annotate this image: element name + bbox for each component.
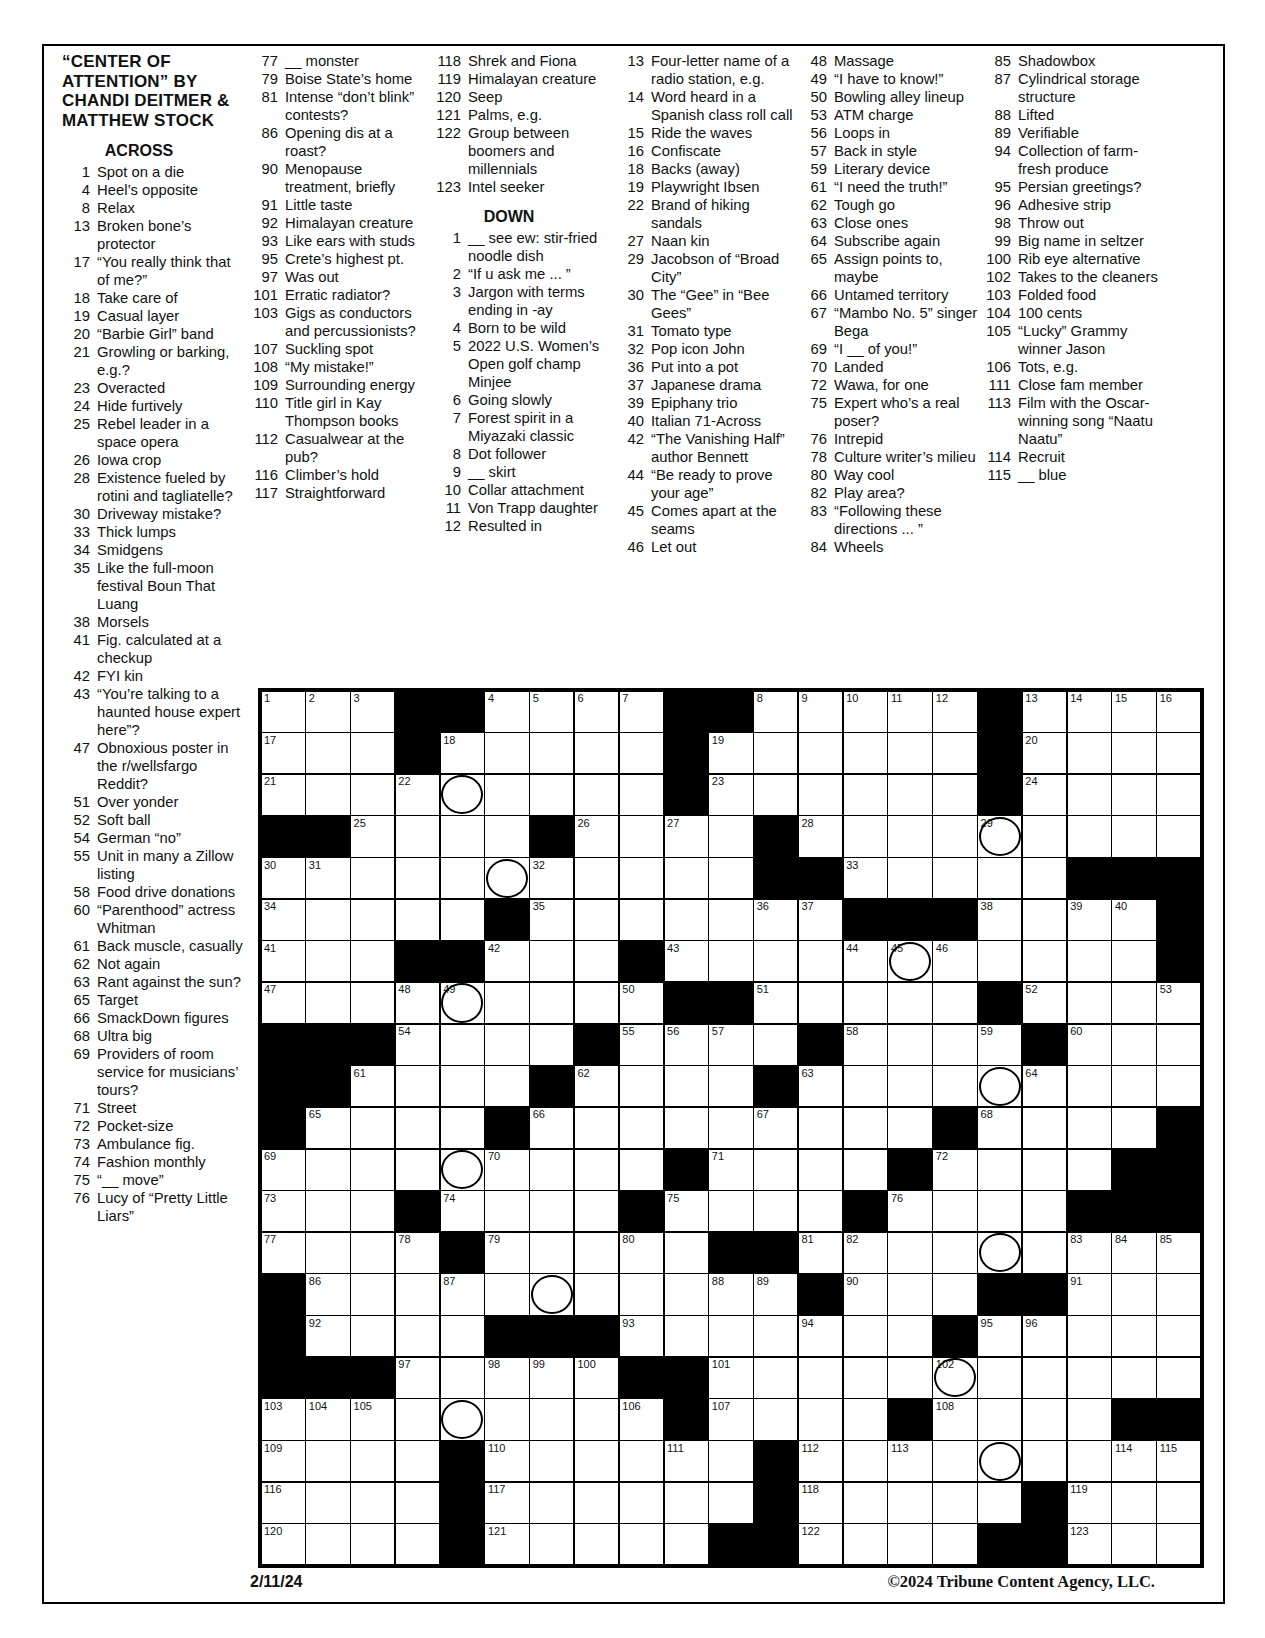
grid-cell-r9c15[interactable] — [888, 1025, 931, 1065]
grid-cell-r17c8[interactable]: 100 — [575, 1358, 618, 1398]
grid-cell-r2c11[interactable]: 19 — [709, 733, 752, 773]
grid-cell-r4c15[interactable] — [888, 816, 931, 856]
grid-cell-r11c9[interactable] — [620, 1108, 663, 1148]
grid-cell-r7c10[interactable]: 43 — [665, 941, 708, 981]
grid-cell-r17c15[interactable] — [888, 1358, 931, 1398]
grid-cell-r13c5[interactable]: 74 — [441, 1191, 484, 1231]
grid-cell-r9c11[interactable]: 57 — [709, 1025, 752, 1065]
grid-cell-r13c6[interactable] — [485, 1191, 528, 1231]
grid-cell-r12c11[interactable]: 71 — [709, 1150, 752, 1190]
grid-cell-r9c19[interactable]: 60 — [1068, 1025, 1111, 1065]
grid-cell-r15c20[interactable] — [1112, 1274, 1155, 1314]
grid-cell-r16c9[interactable]: 93 — [620, 1316, 663, 1356]
grid-cell-r7c13[interactable] — [799, 941, 842, 981]
grid-cell-r18c18[interactable] — [1023, 1399, 1066, 1439]
grid-cell-r20c13[interactable]: 118 — [799, 1483, 842, 1523]
grid-cell-r3c12[interactable] — [754, 775, 797, 815]
grid-cell-r4c10[interactable]: 27 — [665, 816, 708, 856]
grid-cell-r5c18[interactable] — [1023, 858, 1066, 898]
grid-cell-r18c17[interactable] — [978, 1399, 1021, 1439]
grid-cell-r16c12[interactable] — [754, 1316, 797, 1356]
grid-cell-r19c2[interactable] — [306, 1441, 349, 1481]
grid-cell-r8c4[interactable]: 48 — [396, 983, 439, 1023]
grid-cell-r13c10[interactable]: 75 — [665, 1191, 708, 1231]
grid-cell-r8c1[interactable]: 47 — [262, 983, 305, 1023]
grid-cell-r9c9[interactable]: 55 — [620, 1025, 663, 1065]
grid-cell-r2c6[interactable] — [485, 733, 528, 773]
grid-cell-r14c4[interactable]: 78 — [396, 1233, 439, 1273]
grid-cell-r15c5[interactable]: 87 — [441, 1274, 484, 1314]
grid-cell-r21c13[interactable]: 122 — [799, 1524, 842, 1564]
grid-cell-r17c13[interactable] — [799, 1358, 842, 1398]
grid-cell-r2c3[interactable] — [351, 733, 394, 773]
grid-cell-r19c14[interactable] — [844, 1441, 887, 1481]
grid-cell-r16c17[interactable]: 95 — [978, 1316, 1021, 1356]
grid-cell-r14c13[interactable]: 81 — [799, 1233, 842, 1273]
grid-cell-r20c21[interactable] — [1157, 1483, 1200, 1523]
grid-cell-r21c10[interactable] — [665, 1524, 708, 1564]
grid-cell-r6c9[interactable] — [620, 900, 663, 940]
grid-cell-r12c9[interactable] — [620, 1150, 663, 1190]
grid-cell-r2c7[interactable] — [530, 733, 573, 773]
grid-cell-r18c3[interactable]: 105 — [351, 1399, 394, 1439]
grid-cell-r20c8[interactable] — [575, 1483, 618, 1523]
grid-cell-r13c2[interactable] — [306, 1191, 349, 1231]
grid-cell-r16c4[interactable] — [396, 1316, 439, 1356]
grid-cell-r20c20[interactable] — [1112, 1483, 1155, 1523]
grid-cell-r9c14[interactable]: 58 — [844, 1025, 887, 1065]
grid-cell-r10c9[interactable] — [620, 1066, 663, 1106]
grid-cell-r18c5[interactable] — [441, 1399, 484, 1439]
grid-cell-r6c11[interactable] — [709, 900, 752, 940]
grid-cell-r4c9[interactable] — [620, 816, 663, 856]
grid-cell-r16c15[interactable] — [888, 1316, 931, 1356]
grid-cell-r19c20[interactable]: 114 — [1112, 1441, 1155, 1481]
grid-cell-r16c19[interactable] — [1068, 1316, 1111, 1356]
grid-cell-r10c3[interactable]: 61 — [351, 1066, 394, 1106]
grid-cell-r15c14[interactable]: 90 — [844, 1274, 887, 1314]
grid-cell-r20c9[interactable] — [620, 1483, 663, 1523]
grid-cell-r20c19[interactable]: 119 — [1068, 1483, 1111, 1523]
grid-cell-r8c21[interactable]: 53 — [1157, 983, 1200, 1023]
grid-cell-r5c8[interactable] — [575, 858, 618, 898]
grid-cell-r17c11[interactable]: 101 — [709, 1358, 752, 1398]
grid-cell-r13c8[interactable] — [575, 1191, 618, 1231]
grid-cell-r18c12[interactable] — [754, 1399, 797, 1439]
grid-cell-r1c1[interactable]: 1 — [262, 692, 305, 732]
grid-cell-r6c19[interactable]: 39 — [1068, 900, 1111, 940]
grid-cell-r3c1[interactable]: 21 — [262, 775, 305, 815]
grid-cell-r7c20[interactable] — [1112, 941, 1155, 981]
grid-cell-r4c4[interactable] — [396, 816, 439, 856]
grid-cell-r3c11[interactable]: 23 — [709, 775, 752, 815]
grid-cell-r5c3[interactable] — [351, 858, 394, 898]
grid-cell-r2c19[interactable] — [1068, 733, 1111, 773]
grid-cell-r20c4[interactable] — [396, 1483, 439, 1523]
grid-cell-r9c16[interactable] — [933, 1025, 976, 1065]
grid-cell-r2c15[interactable] — [888, 733, 931, 773]
grid-cell-r1c12[interactable]: 8 — [754, 692, 797, 732]
grid-cell-r13c16[interactable] — [933, 1191, 976, 1231]
grid-cell-r12c7[interactable] — [530, 1150, 573, 1190]
grid-cell-r16c13[interactable]: 94 — [799, 1316, 842, 1356]
grid-cell-r21c4[interactable] — [396, 1524, 439, 1564]
grid-cell-r13c18[interactable] — [1023, 1191, 1066, 1231]
grid-cell-r10c8[interactable]: 62 — [575, 1066, 618, 1106]
grid-cell-r1c3[interactable]: 3 — [351, 692, 394, 732]
grid-cell-r5c6[interactable] — [485, 858, 528, 898]
grid-cell-r10c16[interactable] — [933, 1066, 976, 1106]
grid-cell-r17c4[interactable]: 97 — [396, 1358, 439, 1398]
grid-cell-r7c7[interactable] — [530, 941, 573, 981]
grid-cell-r3c8[interactable] — [575, 775, 618, 815]
grid-cell-r17c12[interactable] — [754, 1358, 797, 1398]
grid-cell-r17c20[interactable] — [1112, 1358, 1155, 1398]
grid-cell-r13c17[interactable] — [978, 1191, 1021, 1231]
grid-cell-r19c8[interactable] — [575, 1441, 618, 1481]
grid-cell-r11c12[interactable]: 67 — [754, 1108, 797, 1148]
grid-cell-r20c3[interactable] — [351, 1483, 394, 1523]
grid-cell-r14c17[interactable] — [978, 1233, 1021, 1273]
grid-cell-r5c9[interactable] — [620, 858, 663, 898]
grid-cell-r19c4[interactable] — [396, 1441, 439, 1481]
grid-cell-r5c1[interactable]: 30 — [262, 858, 305, 898]
grid-cell-r8c16[interactable] — [933, 983, 976, 1023]
grid-cell-r3c7[interactable] — [530, 775, 573, 815]
grid-cell-r14c18[interactable] — [1023, 1233, 1066, 1273]
grid-cell-r10c13[interactable]: 63 — [799, 1066, 842, 1106]
grid-cell-r10c11[interactable] — [709, 1066, 752, 1106]
grid-cell-r5c11[interactable] — [709, 858, 752, 898]
grid-cell-r7c3[interactable] — [351, 941, 394, 981]
grid-cell-r15c8[interactable] — [575, 1274, 618, 1314]
grid-cell-r5c10[interactable] — [665, 858, 708, 898]
grid-cell-r1c18[interactable]: 13 — [1023, 692, 1066, 732]
grid-cell-r1c14[interactable]: 10 — [844, 692, 887, 732]
grid-cell-r6c17[interactable]: 38 — [978, 900, 1021, 940]
grid-cell-r18c6[interactable] — [485, 1399, 528, 1439]
grid-cell-r15c16[interactable] — [933, 1274, 976, 1314]
grid-cell-r21c21[interactable] — [1157, 1524, 1200, 1564]
grid-cell-r12c2[interactable] — [306, 1150, 349, 1190]
grid-cell-r20c7[interactable] — [530, 1483, 573, 1523]
grid-cell-r2c2[interactable] — [306, 733, 349, 773]
grid-cell-r19c7[interactable] — [530, 1441, 573, 1481]
grid-cell-r6c8[interactable] — [575, 900, 618, 940]
grid-cell-r18c7[interactable] — [530, 1399, 573, 1439]
grid-cell-r7c11[interactable] — [709, 941, 752, 981]
grid-cell-r9c5[interactable] — [441, 1025, 484, 1065]
grid-cell-r10c5[interactable] — [441, 1066, 484, 1106]
grid-cell-r8c7[interactable] — [530, 983, 573, 1023]
grid-cell-r8c5[interactable]: 49 — [441, 983, 484, 1023]
grid-cell-r12c12[interactable] — [754, 1150, 797, 1190]
grid-cell-r8c13[interactable] — [799, 983, 842, 1023]
grid-cell-r8c20[interactable] — [1112, 983, 1155, 1023]
grid-cell-r4c17[interactable]: 29 — [978, 816, 1021, 856]
grid-cell-r12c18[interactable] — [1023, 1150, 1066, 1190]
grid-cell-r2c18[interactable]: 20 — [1023, 733, 1066, 773]
grid-cell-r13c1[interactable]: 73 — [262, 1191, 305, 1231]
grid-cell-r18c14[interactable] — [844, 1399, 887, 1439]
grid-cell-r2c14[interactable] — [844, 733, 887, 773]
grid-cell-r5c15[interactable] — [888, 858, 931, 898]
grid-cell-r20c11[interactable] — [709, 1483, 752, 1523]
grid-cell-r9c6[interactable] — [485, 1025, 528, 1065]
grid-cell-r20c17[interactable] — [978, 1483, 1021, 1523]
grid-cell-r2c9[interactable] — [620, 733, 663, 773]
grid-cell-r4c11[interactable] — [709, 816, 752, 856]
grid-cell-r2c12[interactable] — [754, 733, 797, 773]
grid-cell-r11c3[interactable] — [351, 1108, 394, 1148]
grid-cell-r13c3[interactable] — [351, 1191, 394, 1231]
grid-cell-r16c18[interactable]: 96 — [1023, 1316, 1066, 1356]
grid-cell-r10c10[interactable] — [665, 1066, 708, 1106]
grid-cell-r20c2[interactable] — [306, 1483, 349, 1523]
grid-cell-r12c13[interactable] — [799, 1150, 842, 1190]
grid-cell-r6c5[interactable] — [441, 900, 484, 940]
grid-cell-r11c19[interactable] — [1068, 1108, 1111, 1148]
grid-cell-r9c21[interactable] — [1157, 1025, 1200, 1065]
grid-cell-r12c4[interactable] — [396, 1150, 439, 1190]
grid-cell-r14c14[interactable]: 82 — [844, 1233, 887, 1273]
grid-cell-r7c8[interactable] — [575, 941, 618, 981]
grid-cell-r4c5[interactable] — [441, 816, 484, 856]
grid-cell-r6c13[interactable]: 37 — [799, 900, 842, 940]
grid-cell-r12c8[interactable] — [575, 1150, 618, 1190]
grid-cell-r1c19[interactable]: 14 — [1068, 692, 1111, 732]
grid-cell-r7c15[interactable]: 45 — [888, 941, 931, 981]
grid-cell-r7c1[interactable]: 41 — [262, 941, 305, 981]
grid-cell-r1c20[interactable]: 15 — [1112, 692, 1155, 732]
grid-cell-r3c18[interactable]: 24 — [1023, 775, 1066, 815]
grid-cell-r18c4[interactable] — [396, 1399, 439, 1439]
grid-cell-r20c6[interactable]: 117 — [485, 1483, 528, 1523]
grid-cell-r6c4[interactable] — [396, 900, 439, 940]
grid-cell-r3c2[interactable] — [306, 775, 349, 815]
grid-cell-r17c17[interactable] — [978, 1358, 1021, 1398]
grid-cell-r21c14[interactable] — [844, 1524, 887, 1564]
grid-cell-r6c10[interactable] — [665, 900, 708, 940]
grid-cell-r3c20[interactable] — [1112, 775, 1155, 815]
grid-cell-r18c9[interactable]: 106 — [620, 1399, 663, 1439]
grid-cell-r21c2[interactable] — [306, 1524, 349, 1564]
grid-cell-r7c14[interactable]: 44 — [844, 941, 887, 981]
grid-cell-r18c16[interactable]: 108 — [933, 1399, 976, 1439]
grid-cell-r14c10[interactable] — [665, 1233, 708, 1273]
grid-cell-r8c9[interactable]: 50 — [620, 983, 663, 1023]
grid-cell-r21c20[interactable] — [1112, 1524, 1155, 1564]
grid-cell-r10c6[interactable] — [485, 1066, 528, 1106]
grid-cell-r6c2[interactable] — [306, 900, 349, 940]
grid-cell-r1c16[interactable]: 12 — [933, 692, 976, 732]
grid-cell-r8c14[interactable] — [844, 983, 887, 1023]
grid-cell-r3c5[interactable] — [441, 775, 484, 815]
grid-cell-r6c18[interactable] — [1023, 900, 1066, 940]
grid-cell-r2c20[interactable] — [1112, 733, 1155, 773]
grid-cell-r3c21[interactable] — [1157, 775, 1200, 815]
grid-cell-r7c19[interactable] — [1068, 941, 1111, 981]
grid-cell-r2c5[interactable]: 18 — [441, 733, 484, 773]
grid-cell-r18c1[interactable]: 103 — [262, 1399, 305, 1439]
grid-cell-r5c5[interactable] — [441, 858, 484, 898]
grid-cell-r14c3[interactable] — [351, 1233, 394, 1273]
grid-cell-r11c20[interactable] — [1112, 1108, 1155, 1148]
grid-cell-r16c20[interactable] — [1112, 1316, 1155, 1356]
grid-cell-r8c2[interactable] — [306, 983, 349, 1023]
grid-cell-r16c21[interactable] — [1157, 1316, 1200, 1356]
grid-cell-r6c3[interactable] — [351, 900, 394, 940]
grid-cell-r11c10[interactable] — [665, 1108, 708, 1148]
grid-cell-r10c17[interactable] — [978, 1066, 1021, 1106]
grid-cell-r17c18[interactable] — [1023, 1358, 1066, 1398]
grid-cell-r1c6[interactable]: 4 — [485, 692, 528, 732]
grid-cell-r1c15[interactable]: 11 — [888, 692, 931, 732]
grid-cell-r18c8[interactable] — [575, 1399, 618, 1439]
grid-cell-r12c16[interactable]: 72 — [933, 1150, 976, 1190]
grid-cell-r4c14[interactable] — [844, 816, 887, 856]
grid-cell-r3c19[interactable] — [1068, 775, 1111, 815]
grid-cell-r4c6[interactable] — [485, 816, 528, 856]
grid-cell-r18c19[interactable] — [1068, 1399, 1111, 1439]
grid-cell-r16c3[interactable] — [351, 1316, 394, 1356]
grid-cell-r12c6[interactable]: 70 — [485, 1150, 528, 1190]
grid-cell-r9c20[interactable] — [1112, 1025, 1155, 1065]
grid-cell-r15c2[interactable]: 86 — [306, 1274, 349, 1314]
grid-cell-r16c11[interactable] — [709, 1316, 752, 1356]
grid-cell-r6c1[interactable]: 34 — [262, 900, 305, 940]
grid-cell-r2c13[interactable] — [799, 733, 842, 773]
grid-cell-r11c4[interactable] — [396, 1108, 439, 1148]
grid-cell-r17c21[interactable] — [1157, 1358, 1200, 1398]
grid-cell-r19c19[interactable] — [1068, 1441, 1111, 1481]
grid-cell-r20c10[interactable] — [665, 1483, 708, 1523]
grid-cell-r19c10[interactable]: 111 — [665, 1441, 708, 1481]
grid-cell-r16c5[interactable] — [441, 1316, 484, 1356]
grid-cell-r11c7[interactable]: 66 — [530, 1108, 573, 1148]
grid-cell-r10c19[interactable] — [1068, 1066, 1111, 1106]
grid-cell-r1c7[interactable]: 5 — [530, 692, 573, 732]
grid-cell-r20c15[interactable] — [888, 1483, 931, 1523]
grid-cell-r12c5[interactable] — [441, 1150, 484, 1190]
grid-cell-r7c6[interactable]: 42 — [485, 941, 528, 981]
grid-cell-r11c17[interactable]: 68 — [978, 1108, 1021, 1148]
grid-cell-r4c13[interactable]: 28 — [799, 816, 842, 856]
grid-cell-r5c17[interactable] — [978, 858, 1021, 898]
grid-cell-r11c2[interactable]: 65 — [306, 1108, 349, 1148]
grid-cell-r14c9[interactable]: 80 — [620, 1233, 663, 1273]
grid-cell-r15c12[interactable]: 89 — [754, 1274, 797, 1314]
grid-cell-r13c12[interactable] — [754, 1191, 797, 1231]
grid-cell-r21c6[interactable]: 121 — [485, 1524, 528, 1564]
grid-cell-r17c19[interactable] — [1068, 1358, 1111, 1398]
grid-cell-r13c7[interactable] — [530, 1191, 573, 1231]
grid-cell-r11c5[interactable] — [441, 1108, 484, 1148]
grid-cell-r11c14[interactable] — [844, 1108, 887, 1148]
grid-cell-r3c15[interactable] — [888, 775, 931, 815]
grid-cell-r3c16[interactable] — [933, 775, 976, 815]
grid-cell-r15c10[interactable] — [665, 1274, 708, 1314]
grid-cell-r9c4[interactable]: 54 — [396, 1025, 439, 1065]
grid-cell-r9c10[interactable]: 56 — [665, 1025, 708, 1065]
grid-cell-r14c8[interactable] — [575, 1233, 618, 1273]
grid-cell-r14c6[interactable]: 79 — [485, 1233, 528, 1273]
grid-cell-r12c17[interactable] — [978, 1150, 1021, 1190]
grid-cell-r17c14[interactable] — [844, 1358, 887, 1398]
grid-cell-r21c15[interactable] — [888, 1524, 931, 1564]
grid-cell-r15c15[interactable] — [888, 1274, 931, 1314]
grid-cell-r13c11[interactable] — [709, 1191, 752, 1231]
grid-cell-r18c2[interactable]: 104 — [306, 1399, 349, 1439]
grid-cell-r12c1[interactable]: 69 — [262, 1150, 305, 1190]
grid-cell-r15c4[interactable] — [396, 1274, 439, 1314]
grid-cell-r8c8[interactable] — [575, 983, 618, 1023]
grid-cell-r11c18[interactable] — [1023, 1108, 1066, 1148]
grid-cell-r9c7[interactable] — [530, 1025, 573, 1065]
grid-cell-r17c5[interactable] — [441, 1358, 484, 1398]
grid-cell-r8c6[interactable] — [485, 983, 528, 1023]
grid-cell-r5c4[interactable] — [396, 858, 439, 898]
grid-cell-r3c6[interactable] — [485, 775, 528, 815]
grid-cell-r5c7[interactable]: 32 — [530, 858, 573, 898]
grid-cell-r19c6[interactable]: 110 — [485, 1441, 528, 1481]
grid-cell-r10c4[interactable] — [396, 1066, 439, 1106]
grid-cell-r19c21[interactable]: 115 — [1157, 1441, 1200, 1481]
grid-cell-r12c19[interactable] — [1068, 1150, 1111, 1190]
grid-cell-r10c18[interactable]: 64 — [1023, 1066, 1066, 1106]
grid-cell-r15c3[interactable] — [351, 1274, 394, 1314]
grid-cell-r10c20[interactable] — [1112, 1066, 1155, 1106]
grid-cell-r11c11[interactable] — [709, 1108, 752, 1148]
grid-cell-r19c1[interactable]: 109 — [262, 1441, 305, 1481]
grid-cell-r6c12[interactable]: 36 — [754, 900, 797, 940]
grid-cell-r4c18[interactable] — [1023, 816, 1066, 856]
grid-cell-r11c13[interactable] — [799, 1108, 842, 1148]
grid-cell-r8c18[interactable]: 52 — [1023, 983, 1066, 1023]
grid-cell-r3c3[interactable] — [351, 775, 394, 815]
grid-cell-r8c19[interactable] — [1068, 983, 1111, 1023]
grid-cell-r11c8[interactable] — [575, 1108, 618, 1148]
grid-cell-r4c19[interactable] — [1068, 816, 1111, 856]
grid-cell-r19c15[interactable]: 113 — [888, 1441, 931, 1481]
grid-cell-r17c6[interactable]: 98 — [485, 1358, 528, 1398]
grid-cell-r16c10[interactable] — [665, 1316, 708, 1356]
grid-cell-r13c13[interactable] — [799, 1191, 842, 1231]
grid-cell-r14c15[interactable] — [888, 1233, 931, 1273]
grid-cell-r2c1[interactable]: 17 — [262, 733, 305, 773]
grid-cell-r10c14[interactable] — [844, 1066, 887, 1106]
grid-cell-r19c13[interactable]: 112 — [799, 1441, 842, 1481]
grid-cell-r20c16[interactable] — [933, 1483, 976, 1523]
grid-cell-r15c11[interactable]: 88 — [709, 1274, 752, 1314]
grid-cell-r21c19[interactable]: 123 — [1068, 1524, 1111, 1564]
grid-cell-r8c12[interactable]: 51 — [754, 983, 797, 1023]
grid-cell-r18c13[interactable] — [799, 1399, 842, 1439]
grid-cell-r10c15[interactable] — [888, 1066, 931, 1106]
grid-cell-r16c14[interactable] — [844, 1316, 887, 1356]
grid-cell-r14c21[interactable]: 85 — [1157, 1233, 1200, 1273]
grid-cell-r3c9[interactable] — [620, 775, 663, 815]
grid-cell-r3c4[interactable]: 22 — [396, 775, 439, 815]
grid-cell-r1c21[interactable]: 16 — [1157, 692, 1200, 732]
grid-cell-r21c1[interactable]: 120 — [262, 1524, 305, 1564]
grid-cell-r7c18[interactable] — [1023, 941, 1066, 981]
grid-cell-r7c17[interactable] — [978, 941, 1021, 981]
grid-cell-r21c8[interactable] — [575, 1524, 618, 1564]
grid-cell-r13c15[interactable]: 76 — [888, 1191, 931, 1231]
grid-cell-r5c16[interactable] — [933, 858, 976, 898]
grid-cell-r19c3[interactable] — [351, 1441, 394, 1481]
